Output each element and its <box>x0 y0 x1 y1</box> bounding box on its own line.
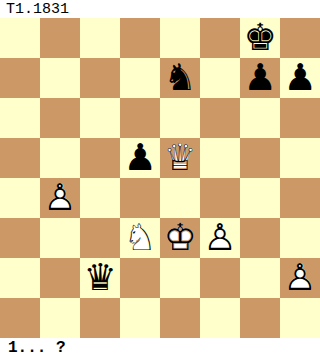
square-d4[interactable] <box>120 178 160 218</box>
square-h3[interactable] <box>280 218 320 258</box>
square-f4[interactable] <box>200 178 240 218</box>
square-d1[interactable] <box>120 298 160 338</box>
square-h4[interactable] <box>280 178 320 218</box>
square-c8[interactable] <box>80 18 120 58</box>
black-queen-icon: ♛ <box>80 258 120 298</box>
square-f6[interactable] <box>200 98 240 138</box>
square-g7[interactable]: ♟ <box>240 58 280 98</box>
square-a8[interactable] <box>0 18 40 58</box>
square-e8[interactable] <box>160 18 200 58</box>
square-c1[interactable] <box>80 298 120 338</box>
square-d2[interactable] <box>120 258 160 298</box>
white-pawn-icon: ♟♙ <box>200 218 240 258</box>
white-piece-outline: ♙ <box>40 178 80 218</box>
puzzle-id-title: T1.1831 <box>6 1 69 18</box>
square-f2[interactable] <box>200 258 240 298</box>
square-d6[interactable] <box>120 98 160 138</box>
square-a5[interactable] <box>0 138 40 178</box>
square-h6[interactable] <box>280 98 320 138</box>
square-c6[interactable] <box>80 98 120 138</box>
square-c5[interactable] <box>80 138 120 178</box>
square-b7[interactable] <box>40 58 80 98</box>
white-queen-icon: ♛♕ <box>160 138 200 178</box>
square-a6[interactable] <box>0 98 40 138</box>
black-knight-icon: ♞ <box>160 58 200 98</box>
square-d3[interactable]: ♞♘ <box>120 218 160 258</box>
move-prompt: 1... ? <box>8 339 66 357</box>
black-king-icon: ♚ <box>240 18 280 58</box>
square-h2[interactable]: ♟♙ <box>280 258 320 298</box>
square-b3[interactable] <box>40 218 80 258</box>
square-e2[interactable] <box>160 258 200 298</box>
white-pawn-icon: ♟♙ <box>280 258 320 298</box>
square-h5[interactable] <box>280 138 320 178</box>
white-piece-outline: ♙ <box>280 258 320 298</box>
white-pawn-icon: ♟♙ <box>40 178 80 218</box>
square-g6[interactable] <box>240 98 280 138</box>
square-d8[interactable] <box>120 18 160 58</box>
square-g4[interactable] <box>240 178 280 218</box>
square-a2[interactable] <box>0 258 40 298</box>
white-king-icon: ♚♔ <box>160 218 200 258</box>
square-a3[interactable] <box>0 218 40 258</box>
square-e5[interactable]: ♛♕ <box>160 138 200 178</box>
chess-board: ♚♞♟♟♟♛♕♟♙♞♘♚♔♟♙♛♟♙ <box>0 18 320 338</box>
black-pawn-icon: ♟ <box>280 58 320 98</box>
square-c4[interactable] <box>80 178 120 218</box>
square-g5[interactable] <box>240 138 280 178</box>
square-e7[interactable]: ♞ <box>160 58 200 98</box>
square-g1[interactable] <box>240 298 280 338</box>
square-h8[interactable] <box>280 18 320 58</box>
square-f3[interactable]: ♟♙ <box>200 218 240 258</box>
white-piece-outline: ♙ <box>200 218 240 258</box>
square-f8[interactable] <box>200 18 240 58</box>
square-a4[interactable] <box>0 178 40 218</box>
square-h1[interactable] <box>280 298 320 338</box>
square-g2[interactable] <box>240 258 280 298</box>
square-e6[interactable] <box>160 98 200 138</box>
square-a1[interactable] <box>0 298 40 338</box>
square-b4[interactable]: ♟♙ <box>40 178 80 218</box>
white-piece-outline: ♔ <box>160 218 200 258</box>
square-d7[interactable] <box>120 58 160 98</box>
square-f5[interactable] <box>200 138 240 178</box>
black-pawn-icon: ♟ <box>120 138 160 178</box>
square-e3[interactable]: ♚♔ <box>160 218 200 258</box>
square-e4[interactable] <box>160 178 200 218</box>
square-b8[interactable] <box>40 18 80 58</box>
square-c3[interactable] <box>80 218 120 258</box>
square-c2[interactable]: ♛ <box>80 258 120 298</box>
square-d5[interactable]: ♟ <box>120 138 160 178</box>
square-g3[interactable] <box>240 218 280 258</box>
square-a7[interactable] <box>0 58 40 98</box>
square-f7[interactable] <box>200 58 240 98</box>
square-g8[interactable]: ♚ <box>240 18 280 58</box>
square-b1[interactable] <box>40 298 80 338</box>
square-b6[interactable] <box>40 98 80 138</box>
black-pawn-icon: ♟ <box>240 58 280 98</box>
white-piece-outline: ♕ <box>160 138 200 178</box>
white-knight-icon: ♞♘ <box>120 218 160 258</box>
square-b2[interactable] <box>40 258 80 298</box>
square-h7[interactable]: ♟ <box>280 58 320 98</box>
square-f1[interactable] <box>200 298 240 338</box>
square-c7[interactable] <box>80 58 120 98</box>
white-piece-outline: ♘ <box>120 218 160 258</box>
square-e1[interactable] <box>160 298 200 338</box>
square-b5[interactable] <box>40 138 80 178</box>
